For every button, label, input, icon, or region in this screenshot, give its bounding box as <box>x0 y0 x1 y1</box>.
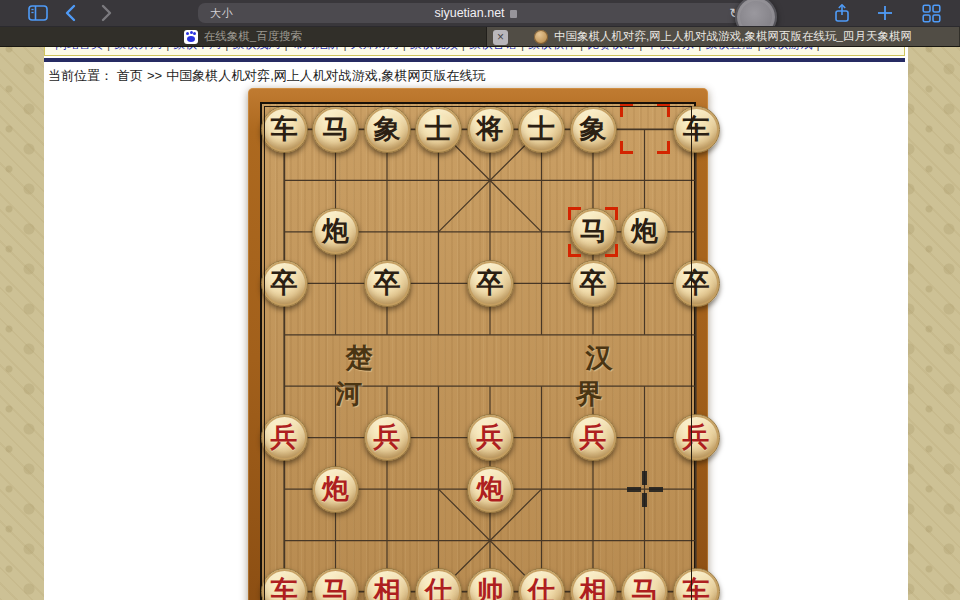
piece-bP[interactable]: 卒 <box>673 260 720 307</box>
piece-rC[interactable]: 炮 <box>467 466 514 513</box>
piece-bN[interactable]: 马 <box>312 106 359 153</box>
piece-bP[interactable]: 卒 <box>570 260 617 307</box>
url-text[interactable]: siyuetian.net <box>198 6 753 20</box>
browser-tabbar: 在线象棋_百度搜索 × 中国象棋人机对弈,网上人机对战游戏,象棋网页版在线玩_四… <box>0 26 960 47</box>
piece-bR[interactable]: 车 <box>261 106 308 153</box>
tab-overview-icon[interactable] <box>922 0 941 26</box>
piece-bK[interactable]: 将 <box>467 106 514 153</box>
share-icon[interactable] <box>833 0 851 26</box>
river-label-han-jie: 汉界 <box>544 340 654 412</box>
piece-rC[interactable]: 炮 <box>312 466 359 513</box>
breadcrumb: 当前位置：首页>>中国象棋人机对弈,网上人机对战游戏,象棋网页版在线玩 <box>48 67 489 85</box>
board-field: 楚河 汉界 车马象士将士象车炮马炮卒卒卒卒卒兵兵兵兵兵炮炮车马相仕帅仕相马车 <box>260 102 696 600</box>
tab-baidu-search[interactable]: 在线象棋_百度搜索 <box>0 27 487 46</box>
piece-bA[interactable]: 士 <box>518 106 565 153</box>
sidebar-toggle-icon[interactable] <box>28 0 48 26</box>
piece-bB[interactable]: 象 <box>570 106 617 153</box>
tab-xiangqi-game[interactable]: × 中国象棋人机对弈,网上人机对战游戏,象棋网页版在线玩_四月天象棋网 <box>487 27 959 46</box>
xiangqi-board[interactable]: 楚河 汉界 车马象士将士象车炮马炮卒卒卒卒卒兵兵兵兵兵炮炮车马相仕帅仕相马车 <box>248 88 708 600</box>
forward-button-icon[interactable] <box>101 0 113 26</box>
tab-close-icon[interactable]: × <box>493 30 508 45</box>
tab-title: 中国象棋人机对弈,网上人机对战游戏,象棋网页版在线玩_四月天象棋网 <box>554 29 912 44</box>
piece-rP[interactable]: 兵 <box>570 414 617 461</box>
piece-bN[interactable]: 马 <box>570 208 617 255</box>
text-size-button[interactable]: 大小 <box>210 6 234 21</box>
baidu-favicon-icon <box>184 30 198 44</box>
piece-bP[interactable]: 卒 <box>467 260 514 307</box>
breadcrumb-page-title: 中国象棋人机对弈,网上人机对战游戏,象棋网页版在线玩 <box>166 68 485 83</box>
piece-bR[interactable]: 车 <box>673 106 720 153</box>
url-field[interactable]: 大小 siyuetian.net ↻ <box>198 3 753 23</box>
piece-bP[interactable]: 卒 <box>364 260 411 307</box>
new-tab-plus-icon[interactable] <box>876 0 894 26</box>
piece-rP[interactable]: 兵 <box>673 414 720 461</box>
back-button-icon[interactable] <box>64 0 76 26</box>
piece-rP[interactable]: 兵 <box>467 414 514 461</box>
crosshair-cursor <box>627 471 663 507</box>
xiangqi-favicon-icon <box>534 30 548 44</box>
nav-divider <box>44 58 905 62</box>
tab-title: 在线象棋_百度搜索 <box>204 29 302 44</box>
piece-bB[interactable]: 象 <box>364 106 411 153</box>
piece-bA[interactable]: 士 <box>415 106 462 153</box>
breadcrumb-home-link[interactable]: 首页 <box>117 68 143 83</box>
board-grid: 楚河 汉界 车马象士将士象车炮马炮卒卒卒卒卒兵兵兵兵兵炮炮车马相仕帅仕相马车 <box>284 129 696 592</box>
piece-bP[interactable]: 卒 <box>261 260 308 307</box>
river-label-chu-he: 楚河 <box>304 340 414 412</box>
piece-rP[interactable]: 兵 <box>364 414 411 461</box>
page-privacy-icon <box>510 10 517 18</box>
browser-toolbar: 大小 siyuetian.net ↻ <box>0 0 960 26</box>
piece-rP[interactable]: 兵 <box>261 414 308 461</box>
breadcrumb-arrow: >> <box>147 68 162 83</box>
breadcrumb-prefix: 当前位置： <box>48 68 113 83</box>
